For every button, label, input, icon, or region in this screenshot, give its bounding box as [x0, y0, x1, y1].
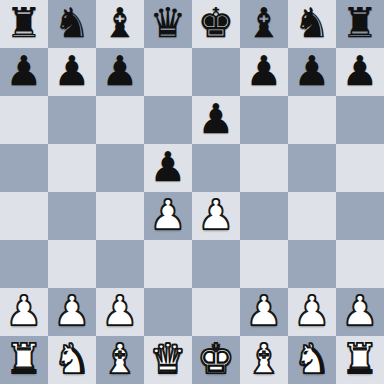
piece-white-rook[interactable]: ♜ — [342, 335, 379, 383]
piece-black-rook[interactable]: ♜ — [342, 0, 379, 47]
square-h1[interactable]: ♜ — [336, 336, 384, 384]
square-b1[interactable]: ♞ — [48, 336, 96, 384]
square-d4[interactable]: ♟ — [144, 192, 192, 240]
piece-white-rook[interactable]: ♜ — [6, 335, 43, 383]
piece-black-king[interactable]: ♚ — [198, 0, 235, 47]
square-e2[interactable] — [192, 288, 240, 336]
piece-black-pawn[interactable]: ♟ — [246, 47, 283, 95]
square-b6[interactable] — [48, 96, 96, 144]
piece-white-pawn[interactable]: ♟ — [294, 287, 331, 335]
square-d5[interactable]: ♟ — [144, 144, 192, 192]
square-b4[interactable] — [48, 192, 96, 240]
piece-white-king[interactable]: ♚ — [198, 335, 235, 383]
square-e1[interactable]: ♚ — [192, 336, 240, 384]
piece-white-pawn[interactable]: ♟ — [54, 287, 91, 335]
piece-white-pawn[interactable]: ♟ — [198, 191, 235, 239]
piece-black-pawn[interactable]: ♟ — [342, 47, 379, 95]
square-f1[interactable]: ♝ — [240, 336, 288, 384]
piece-black-bishop[interactable]: ♝ — [102, 0, 139, 47]
piece-white-pawn[interactable]: ♟ — [342, 287, 379, 335]
square-e5[interactable] — [192, 144, 240, 192]
square-h8[interactable]: ♜ — [336, 0, 384, 48]
square-f4[interactable] — [240, 192, 288, 240]
square-g4[interactable] — [288, 192, 336, 240]
square-a4[interactable] — [0, 192, 48, 240]
square-g6[interactable] — [288, 96, 336, 144]
square-f3[interactable] — [240, 240, 288, 288]
piece-black-queen[interactable]: ♛ — [150, 0, 187, 47]
square-f8[interactable]: ♝ — [240, 0, 288, 48]
piece-black-pawn[interactable]: ♟ — [198, 95, 235, 143]
square-e4[interactable]: ♟ — [192, 192, 240, 240]
piece-black-pawn[interactable]: ♟ — [294, 47, 331, 95]
square-f5[interactable] — [240, 144, 288, 192]
square-e7[interactable] — [192, 48, 240, 96]
square-b3[interactable] — [48, 240, 96, 288]
square-h5[interactable] — [336, 144, 384, 192]
chess-board: ♜♞♝♛♚♝♞♜♟♟♟♟♟♟♟♟♟♟♟♟♟♟♟♟♜♞♝♛♚♝♞♜ — [0, 0, 384, 384]
square-a7[interactable]: ♟ — [0, 48, 48, 96]
piece-white-pawn[interactable]: ♟ — [6, 287, 43, 335]
square-f6[interactable] — [240, 96, 288, 144]
square-h4[interactable] — [336, 192, 384, 240]
square-d1[interactable]: ♛ — [144, 336, 192, 384]
piece-white-pawn[interactable]: ♟ — [102, 287, 139, 335]
square-a6[interactable] — [0, 96, 48, 144]
square-e3[interactable] — [192, 240, 240, 288]
square-a1[interactable]: ♜ — [0, 336, 48, 384]
square-g2[interactable]: ♟ — [288, 288, 336, 336]
square-a8[interactable]: ♜ — [0, 0, 48, 48]
piece-black-rook[interactable]: ♜ — [6, 0, 43, 47]
square-b8[interactable]: ♞ — [48, 0, 96, 48]
square-d2[interactable] — [144, 288, 192, 336]
square-c2[interactable]: ♟ — [96, 288, 144, 336]
square-b2[interactable]: ♟ — [48, 288, 96, 336]
square-c6[interactable] — [96, 96, 144, 144]
square-d3[interactable] — [144, 240, 192, 288]
square-a2[interactable]: ♟ — [0, 288, 48, 336]
piece-white-knight[interactable]: ♞ — [294, 335, 331, 383]
square-c1[interactable]: ♝ — [96, 336, 144, 384]
square-h7[interactable]: ♟ — [336, 48, 384, 96]
square-d6[interactable] — [144, 96, 192, 144]
piece-white-bishop[interactable]: ♝ — [102, 335, 139, 383]
piece-black-knight[interactable]: ♞ — [54, 0, 91, 47]
square-c5[interactable] — [96, 144, 144, 192]
square-b7[interactable]: ♟ — [48, 48, 96, 96]
piece-black-pawn[interactable]: ♟ — [54, 47, 91, 95]
piece-white-pawn[interactable]: ♟ — [150, 191, 187, 239]
square-b5[interactable] — [48, 144, 96, 192]
square-h2[interactable]: ♟ — [336, 288, 384, 336]
square-g7[interactable]: ♟ — [288, 48, 336, 96]
square-h6[interactable] — [336, 96, 384, 144]
square-c3[interactable] — [96, 240, 144, 288]
piece-white-knight[interactable]: ♞ — [54, 335, 91, 383]
square-g1[interactable]: ♞ — [288, 336, 336, 384]
square-d7[interactable] — [144, 48, 192, 96]
piece-black-knight[interactable]: ♞ — [294, 0, 331, 47]
square-f7[interactable]: ♟ — [240, 48, 288, 96]
square-g5[interactable] — [288, 144, 336, 192]
piece-black-bishop[interactable]: ♝ — [246, 0, 283, 47]
square-c8[interactable]: ♝ — [96, 0, 144, 48]
piece-black-pawn[interactable]: ♟ — [6, 47, 43, 95]
square-a5[interactable] — [0, 144, 48, 192]
square-g3[interactable] — [288, 240, 336, 288]
square-c7[interactable]: ♟ — [96, 48, 144, 96]
square-d8[interactable]: ♛ — [144, 0, 192, 48]
piece-white-bishop[interactable]: ♝ — [246, 335, 283, 383]
piece-white-queen[interactable]: ♛ — [150, 335, 187, 383]
square-g8[interactable]: ♞ — [288, 0, 336, 48]
square-h3[interactable] — [336, 240, 384, 288]
piece-black-pawn[interactable]: ♟ — [102, 47, 139, 95]
square-f2[interactable]: ♟ — [240, 288, 288, 336]
square-c4[interactable] — [96, 192, 144, 240]
piece-white-pawn[interactable]: ♟ — [246, 287, 283, 335]
square-e8[interactable]: ♚ — [192, 0, 240, 48]
piece-black-pawn[interactable]: ♟ — [150, 143, 187, 191]
square-a3[interactable] — [0, 240, 48, 288]
square-e6[interactable]: ♟ — [192, 96, 240, 144]
